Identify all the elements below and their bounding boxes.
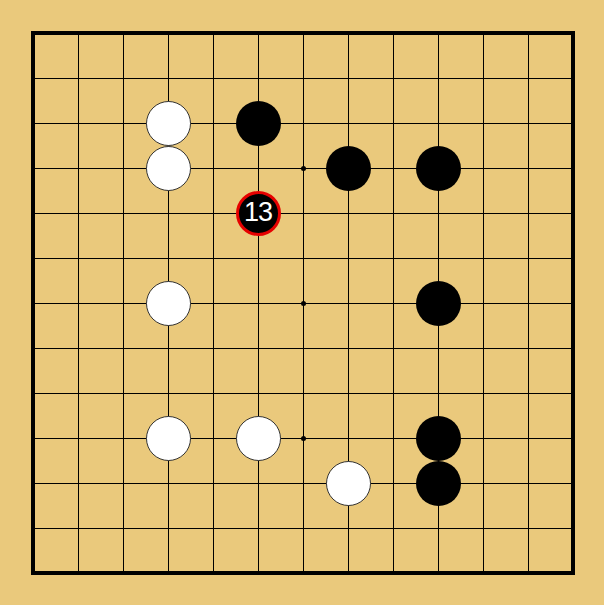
board-intersection[interactable] — [191, 326, 236, 371]
board-intersection[interactable] — [191, 146, 236, 191]
board-intersection[interactable] — [146, 506, 191, 551]
board-intersection[interactable] — [416, 416, 461, 461]
white-stone — [236, 416, 281, 461]
board-intersection[interactable] — [416, 371, 461, 416]
board-intersection[interactable] — [11, 461, 56, 506]
board-intersection[interactable] — [56, 146, 101, 191]
board-intersection[interactable] — [56, 56, 101, 101]
board-intersection[interactable] — [416, 56, 461, 101]
white-stone — [326, 461, 371, 506]
board-intersection[interactable] — [326, 56, 371, 101]
board-intersection[interactable] — [191, 371, 236, 416]
board-intersection[interactable] — [281, 281, 326, 326]
board-intersection[interactable] — [551, 416, 596, 461]
board-intersection[interactable] — [146, 551, 191, 596]
board-intersection[interactable] — [416, 11, 461, 56]
board-intersection[interactable] — [551, 146, 596, 191]
board-intersection[interactable] — [101, 56, 146, 101]
board-intersection[interactable] — [551, 56, 596, 101]
board-intersection[interactable] — [416, 236, 461, 281]
board-intersection[interactable] — [461, 191, 506, 236]
board-intersection[interactable] — [461, 56, 506, 101]
board-intersection[interactable] — [281, 551, 326, 596]
board-intersection[interactable] — [146, 461, 191, 506]
board-intersection[interactable] — [461, 236, 506, 281]
board-intersection[interactable] — [551, 191, 596, 236]
board-intersection[interactable] — [11, 281, 56, 326]
board-intersection[interactable] — [371, 101, 416, 146]
board-intersection[interactable] — [11, 56, 56, 101]
board-intersection[interactable] — [236, 416, 281, 461]
board-intersection[interactable] — [506, 236, 551, 281]
board-intersection[interactable] — [371, 551, 416, 596]
board-intersection[interactable] — [101, 191, 146, 236]
board-intersection[interactable] — [191, 461, 236, 506]
go-board-diagram: 13 — [0, 0, 604, 605]
board-intersection[interactable] — [281, 191, 326, 236]
black-stone — [326, 146, 371, 191]
board-intersection[interactable] — [236, 56, 281, 101]
black-stone — [416, 416, 461, 461]
board-intersection[interactable] — [146, 56, 191, 101]
board-intersection[interactable] — [371, 461, 416, 506]
board-intersection[interactable] — [551, 281, 596, 326]
board-intersection[interactable] — [101, 506, 146, 551]
board-intersection[interactable] — [371, 326, 416, 371]
board-intersection[interactable] — [56, 551, 101, 596]
board-intersection[interactable] — [416, 506, 461, 551]
board-intersection[interactable] — [11, 326, 56, 371]
white-stone — [146, 101, 191, 146]
board-intersection[interactable] — [461, 326, 506, 371]
board-intersection[interactable] — [56, 191, 101, 236]
board-intersection[interactable] — [461, 371, 506, 416]
board-intersection[interactable] — [191, 416, 236, 461]
board-intersection[interactable] — [236, 101, 281, 146]
board-intersection[interactable] — [371, 11, 416, 56]
board-intersection[interactable] — [101, 551, 146, 596]
board-intersection[interactable] — [506, 371, 551, 416]
board-intersection[interactable] — [551, 551, 596, 596]
board-intersection[interactable] — [506, 281, 551, 326]
board-intersection[interactable] — [281, 101, 326, 146]
board-intersection[interactable] — [506, 551, 551, 596]
board-intersection[interactable] — [281, 146, 326, 191]
black-stone — [416, 461, 461, 506]
board-intersection[interactable] — [101, 416, 146, 461]
board-intersection[interactable] — [146, 101, 191, 146]
board-intersection[interactable] — [326, 506, 371, 551]
board-intersection[interactable] — [56, 101, 101, 146]
board-intersection[interactable] — [236, 326, 281, 371]
board-intersection[interactable] — [371, 191, 416, 236]
board-intersection[interactable] — [461, 101, 506, 146]
white-stone — [146, 146, 191, 191]
board-intersection[interactable] — [506, 11, 551, 56]
black-stone — [416, 281, 461, 326]
board-intersection[interactable] — [281, 56, 326, 101]
board-intersection[interactable] — [236, 551, 281, 596]
board-intersection[interactable] — [371, 56, 416, 101]
board-intersection[interactable] — [191, 236, 236, 281]
board-intersection[interactable] — [461, 416, 506, 461]
board-intersection[interactable]: 13 — [236, 191, 281, 236]
board-intersection[interactable] — [236, 281, 281, 326]
board-intersection[interactable] — [506, 461, 551, 506]
board-intersection[interactable] — [56, 416, 101, 461]
board-intersection[interactable] — [101, 236, 146, 281]
board-intersection[interactable] — [506, 56, 551, 101]
board-intersection[interactable] — [416, 101, 461, 146]
board-intersection[interactable] — [236, 11, 281, 56]
go-board[interactable]: 13 — [11, 11, 596, 596]
board-intersection[interactable] — [281, 236, 326, 281]
board-intersection[interactable] — [56, 11, 101, 56]
board-intersection[interactable] — [371, 371, 416, 416]
board-intersection[interactable] — [506, 416, 551, 461]
board-intersection[interactable] — [371, 281, 416, 326]
board-intersection[interactable] — [146, 281, 191, 326]
board-intersection[interactable] — [56, 371, 101, 416]
board-intersection[interactable] — [461, 461, 506, 506]
board-intersection[interactable] — [11, 101, 56, 146]
board-intersection[interactable] — [461, 146, 506, 191]
board-intersection[interactable] — [371, 506, 416, 551]
board-intersection[interactable] — [326, 461, 371, 506]
black-stone — [236, 101, 281, 146]
board-intersection[interactable] — [326, 416, 371, 461]
board-intersection[interactable] — [281, 11, 326, 56]
board-intersection[interactable] — [191, 11, 236, 56]
board-intersection[interactable] — [281, 371, 326, 416]
board-intersection[interactable] — [11, 191, 56, 236]
board-intersection[interactable] — [281, 326, 326, 371]
board-intersection[interactable] — [11, 371, 56, 416]
board-intersection[interactable] — [11, 416, 56, 461]
board-intersection[interactable] — [506, 191, 551, 236]
board-intersection[interactable] — [326, 101, 371, 146]
board-intersection[interactable] — [506, 101, 551, 146]
board-intersection[interactable] — [326, 371, 371, 416]
board-intersection[interactable] — [326, 191, 371, 236]
board-intersection[interactable] — [146, 236, 191, 281]
board-intersection[interactable] — [11, 236, 56, 281]
board-intersection[interactable] — [506, 326, 551, 371]
board-intersection[interactable] — [326, 11, 371, 56]
board-intersection[interactable] — [461, 551, 506, 596]
board-intersection[interactable] — [146, 326, 191, 371]
board-intersection[interactable] — [236, 506, 281, 551]
board-intersection[interactable] — [11, 146, 56, 191]
move-number-label: 13 — [244, 199, 272, 226]
board-intersection[interactable] — [371, 146, 416, 191]
board-intersection[interactable] — [551, 11, 596, 56]
board-intersection[interactable] — [416, 461, 461, 506]
board-intersection[interactable] — [506, 146, 551, 191]
board-intersection[interactable] — [236, 146, 281, 191]
board-intersection[interactable] — [101, 461, 146, 506]
board-intersection[interactable] — [551, 371, 596, 416]
board-intersection[interactable] — [551, 236, 596, 281]
board-intersection[interactable] — [101, 371, 146, 416]
board-intersection[interactable] — [281, 506, 326, 551]
board-intersection[interactable] — [326, 236, 371, 281]
board-intersection[interactable] — [506, 506, 551, 551]
board-intersection[interactable] — [326, 551, 371, 596]
white-stone — [146, 281, 191, 326]
board-intersection[interactable] — [11, 506, 56, 551]
board-intersection[interactable] — [461, 11, 506, 56]
board-intersection[interactable] — [236, 236, 281, 281]
board-intersection[interactable] — [551, 101, 596, 146]
board-intersection[interactable] — [11, 551, 56, 596]
board-intersection[interactable] — [551, 506, 596, 551]
board-intersection[interactable] — [236, 461, 281, 506]
board-intersection[interactable] — [371, 236, 416, 281]
board-intersection[interactable] — [146, 371, 191, 416]
board-intersection[interactable] — [191, 191, 236, 236]
board-intersection[interactable] — [146, 416, 191, 461]
board-intersection[interactable] — [461, 506, 506, 551]
board-intersection[interactable] — [416, 326, 461, 371]
board-intersection[interactable] — [191, 56, 236, 101]
board-intersection[interactable] — [551, 461, 596, 506]
board-intersection[interactable] — [416, 551, 461, 596]
board-intersection[interactable] — [236, 371, 281, 416]
board-intersection[interactable] — [191, 281, 236, 326]
black-stone — [416, 146, 461, 191]
board-intersection[interactable] — [146, 146, 191, 191]
board-intersection[interactable] — [281, 416, 326, 461]
board-intersection[interactable] — [56, 461, 101, 506]
board-intersection[interactable] — [326, 146, 371, 191]
board-intersection[interactable] — [56, 281, 101, 326]
board-intersection[interactable] — [191, 506, 236, 551]
board-intersection[interactable] — [56, 506, 101, 551]
board-intersection[interactable] — [281, 461, 326, 506]
board-intersection[interactable] — [146, 191, 191, 236]
board-intersection[interactable] — [326, 326, 371, 371]
board-intersection[interactable] — [461, 281, 506, 326]
board-intersection[interactable] — [191, 101, 236, 146]
board-intersection[interactable] — [416, 281, 461, 326]
board-intersection[interactable] — [191, 551, 236, 596]
board-intersection[interactable] — [101, 146, 146, 191]
marked-move-stone: 13 — [236, 191, 281, 236]
board-intersection[interactable] — [101, 11, 146, 56]
board-intersection[interactable] — [101, 101, 146, 146]
board-intersection[interactable] — [371, 416, 416, 461]
board-intersection[interactable] — [11, 11, 56, 56]
board-intersection[interactable] — [146, 11, 191, 56]
board-intersection[interactable] — [101, 281, 146, 326]
board-intersection[interactable] — [56, 236, 101, 281]
board-intersection[interactable] — [326, 281, 371, 326]
board-intersection[interactable] — [101, 326, 146, 371]
white-stone — [146, 416, 191, 461]
board-intersection[interactable] — [416, 191, 461, 236]
board-intersection[interactable] — [551, 326, 596, 371]
board-intersection[interactable] — [56, 326, 101, 371]
board-intersection[interactable] — [416, 146, 461, 191]
